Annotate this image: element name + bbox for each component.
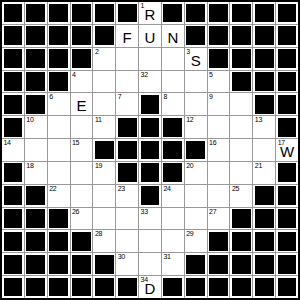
black-cell-r2c12 <box>276 48 298 70</box>
white-cell-r8c7[interactable]: 24 <box>162 185 184 207</box>
white-cell-r6c0[interactable]: 14 <box>2 139 24 161</box>
white-cell-r2c4[interactable]: 2 <box>93 48 115 70</box>
cell-letter: N <box>162 25 184 47</box>
black-cell-r3c11 <box>253 71 275 93</box>
black-cell-r12c8 <box>185 276 207 298</box>
black-cell-r2c11 <box>253 48 275 70</box>
black-cell-r6c5 <box>116 139 138 161</box>
black-cell-r1c8 <box>185 25 207 47</box>
black-cell-r9c10 <box>230 208 252 230</box>
black-cell-r0c2 <box>48 2 70 24</box>
black-cell-r7c6 <box>139 162 161 184</box>
black-cell-r7c0 <box>2 162 24 184</box>
white-cell-r7c1[interactable]: 18 <box>25 162 47 184</box>
white-cell-r3c3[interactable]: 4 <box>71 71 93 93</box>
clue-number: 32 <box>141 71 148 79</box>
clue-number: 33 <box>141 208 148 216</box>
black-cell-r9c0 <box>2 208 24 230</box>
white-cell-r9c8[interactable] <box>185 208 207 230</box>
white-cell-r0c6[interactable]: 1R <box>139 2 161 24</box>
black-cell-r5c12 <box>276 116 298 138</box>
black-cell-r9c1 <box>25 208 47 230</box>
black-cell-r6c6 <box>139 139 161 161</box>
black-cell-r1c4 <box>93 25 115 47</box>
white-cell-r4c2[interactable]: 6 <box>48 93 70 115</box>
black-cell-r2c1 <box>25 48 47 70</box>
black-cell-r6c4 <box>93 139 115 161</box>
clue-number: 1 <box>141 2 145 10</box>
white-cell-r10c8[interactable]: 29 <box>185 230 207 252</box>
clue-number: 31 <box>163 253 170 261</box>
white-cell-r4c4[interactable] <box>93 93 115 115</box>
white-cell-r10c4[interactable]: 28 <box>93 230 115 252</box>
black-cell-r7c5 <box>116 162 138 184</box>
white-cell-r5c9[interactable] <box>208 116 230 138</box>
black-cell-r11c10 <box>230 253 252 275</box>
white-cell-r7c3[interactable] <box>71 162 93 184</box>
black-cell-r5c0 <box>2 116 24 138</box>
clue-number: 2 <box>95 48 99 56</box>
black-cell-r8c12 <box>276 185 298 207</box>
white-cell-r7c8[interactable]: 20 <box>185 162 207 184</box>
black-cell-r2c3 <box>71 48 93 70</box>
white-cell-r5c11[interactable]: 13 <box>253 116 275 138</box>
clue-number: 15 <box>72 139 79 147</box>
white-cell-r1c6[interactable]: U <box>139 25 161 47</box>
black-cell-r12c11 <box>253 276 275 298</box>
white-cell-r6c12[interactable]: 17W <box>276 139 298 161</box>
white-cell-r3c9[interactable]: 5 <box>208 71 230 93</box>
clue-number: 17 <box>278 139 285 147</box>
black-cell-r11c0 <box>2 253 24 275</box>
white-cell-r2c6[interactable] <box>139 48 161 70</box>
black-cell-r1c3 <box>71 25 93 47</box>
clue-number: 14 <box>4 139 11 147</box>
white-cell-r9c6[interactable]: 33 <box>139 208 161 230</box>
black-cell-r0c4 <box>93 2 115 24</box>
black-cell-r0c5 <box>116 2 138 24</box>
white-cell-r6c3[interactable]: 15 <box>71 139 93 161</box>
white-cell-r10c5[interactable] <box>116 230 138 252</box>
white-cell-r5c4[interactable]: 11 <box>93 116 115 138</box>
black-cell-r5c6 <box>139 116 161 138</box>
black-cell-r3c1 <box>25 71 47 93</box>
white-cell-r10c6[interactable] <box>139 230 161 252</box>
white-cell-r5c2[interactable] <box>48 116 70 138</box>
cell-letter: F <box>116 25 138 47</box>
clue-number: 13 <box>255 116 262 124</box>
black-cell-r6c8 <box>185 139 207 161</box>
clue-number: 3 <box>186 48 190 56</box>
white-cell-r1c7[interactable]: N <box>162 25 184 47</box>
clue-number: 7 <box>118 93 122 101</box>
white-cell-r6c11[interactable] <box>253 139 275 161</box>
black-cell-r0c12 <box>276 2 298 24</box>
clue-number: 8 <box>163 93 167 101</box>
white-cell-r5c10[interactable] <box>230 116 252 138</box>
white-cell-r9c7[interactable] <box>162 208 184 230</box>
clue-number: 20 <box>186 162 193 170</box>
black-cell-r11c2 <box>48 253 70 275</box>
black-cell-r1c1 <box>25 25 47 47</box>
white-cell-r9c3[interactable]: 26 <box>71 208 93 230</box>
black-cell-r5c5 <box>116 116 138 138</box>
white-cell-r5c8[interactable]: 12 <box>185 116 207 138</box>
white-cell-r4c5[interactable]: 7 <box>116 93 138 115</box>
white-cell-r6c1[interactable] <box>25 139 47 161</box>
clue-number: 23 <box>118 185 125 193</box>
white-cell-r12c6[interactable]: 34D <box>139 276 161 298</box>
black-cell-r7c12 <box>276 162 298 184</box>
clue-number: 25 <box>232 185 239 193</box>
white-cell-r3c6[interactable]: 32 <box>139 71 161 93</box>
white-cell-r8c9[interactable] <box>208 185 230 207</box>
clue-number: 30 <box>118 253 125 261</box>
white-cell-r11c6[interactable] <box>139 253 161 275</box>
black-cell-r5c7 <box>162 116 184 138</box>
clue-number: 34 <box>141 276 148 284</box>
clue-number: 28 <box>95 230 102 238</box>
white-cell-r4c8[interactable] <box>185 93 207 115</box>
white-cell-r9c9[interactable]: 27 <box>208 208 230 230</box>
white-cell-r8c3[interactable] <box>71 185 93 207</box>
clue-number: 24 <box>163 185 170 193</box>
white-cell-r2c7[interactable] <box>162 48 184 70</box>
white-cell-r1c5[interactable]: F <box>116 25 138 47</box>
black-cell-r11c11 <box>253 253 275 275</box>
white-cell-r6c2[interactable] <box>48 139 70 161</box>
black-cell-r10c3 <box>71 230 93 252</box>
black-cell-r12c5 <box>116 276 138 298</box>
white-cell-r7c11[interactable]: 21 <box>253 162 275 184</box>
black-cell-r10c9 <box>208 230 230 252</box>
white-cell-r8c8[interactable] <box>185 185 207 207</box>
black-cell-r10c0 <box>2 230 24 252</box>
black-cell-r0c9 <box>208 2 230 24</box>
black-cell-r2c9 <box>208 48 230 70</box>
black-cell-r0c11 <box>253 2 275 24</box>
cell-letter: E <box>71 93 93 115</box>
clue-number: 11 <box>95 116 102 124</box>
white-cell-r8c2[interactable]: 22 <box>48 185 70 207</box>
white-cell-r9c4[interactable] <box>93 208 115 230</box>
black-cell-r4c1 <box>25 93 47 115</box>
black-cell-r1c12 <box>276 25 298 47</box>
white-cell-r2c5[interactable] <box>116 48 138 70</box>
black-cell-r4c12 <box>276 93 298 115</box>
white-cell-r4c10[interactable] <box>230 93 252 115</box>
black-cell-r11c8 <box>185 253 207 275</box>
white-cell-r3c5[interactable] <box>116 71 138 93</box>
clue-number: 9 <box>209 93 213 101</box>
clue-number: 29 <box>186 230 193 238</box>
black-cell-r9c11 <box>253 208 275 230</box>
crossword-board: 1RFUN23S43256E7891011121314151617W181920… <box>0 0 300 300</box>
clue-number: 21 <box>255 162 262 170</box>
white-cell-r11c7[interactable]: 31 <box>162 253 184 275</box>
white-cell-r8c5[interactable]: 23 <box>116 185 138 207</box>
black-cell-r12c10 <box>230 276 252 298</box>
black-cell-r10c11 <box>253 230 275 252</box>
clue-number: 19 <box>95 162 102 170</box>
black-cell-r7c7 <box>162 162 184 184</box>
black-cell-r11c12 <box>276 253 298 275</box>
clue-number: 22 <box>49 185 56 193</box>
white-cell-r7c10[interactable] <box>230 162 252 184</box>
white-cell-r8c4[interactable] <box>93 185 115 207</box>
white-cell-r3c7[interactable] <box>162 71 184 93</box>
black-cell-r0c10 <box>230 2 252 24</box>
clue-number: 18 <box>26 162 33 170</box>
cell-letter: U <box>139 25 161 47</box>
black-cell-r3c12 <box>276 71 298 93</box>
clue-number: 16 <box>209 139 216 147</box>
clue-number: 10 <box>26 116 33 124</box>
white-cell-r5c1[interactable]: 10 <box>25 116 47 138</box>
white-cell-r4c9[interactable]: 9 <box>208 93 230 115</box>
white-cell-r11c5[interactable]: 30 <box>116 253 138 275</box>
black-cell-r12c9 <box>208 276 230 298</box>
black-cell-r0c8 <box>185 2 207 24</box>
black-cell-r12c1 <box>25 276 47 298</box>
white-cell-r8c10[interactable]: 25 <box>230 185 252 207</box>
white-cell-r6c9[interactable]: 16 <box>208 139 230 161</box>
black-cell-r4c6 <box>139 93 161 115</box>
clue-number: 27 <box>209 208 216 216</box>
white-cell-r7c4[interactable]: 19 <box>93 162 115 184</box>
black-cell-r3c2 <box>48 71 70 93</box>
black-cell-r1c2 <box>48 25 70 47</box>
black-cell-r8c6 <box>139 185 161 207</box>
black-cell-r10c2 <box>48 230 70 252</box>
black-cell-r11c1 <box>25 253 47 275</box>
black-cell-r1c11 <box>253 25 275 47</box>
white-cell-r4c3[interactable]: E <box>71 93 93 115</box>
black-cell-r10c1 <box>25 230 47 252</box>
black-cell-r11c3 <box>71 253 93 275</box>
clue-number: 6 <box>49 93 53 101</box>
white-cell-r5c3[interactable] <box>71 116 93 138</box>
black-cell-r1c0 <box>2 25 24 47</box>
black-cell-r2c10 <box>230 48 252 70</box>
black-cell-r3c0 <box>2 71 24 93</box>
white-cell-r2c8[interactable]: 3S <box>185 48 207 70</box>
white-cell-r6c10[interactable] <box>230 139 252 161</box>
black-cell-r10c10 <box>230 230 252 252</box>
white-cell-r3c4[interactable] <box>93 71 115 93</box>
black-cell-r8c11 <box>253 185 275 207</box>
black-cell-r4c11 <box>253 93 275 115</box>
black-cell-r3c10 <box>230 71 252 93</box>
black-cell-r9c12 <box>276 208 298 230</box>
black-cell-r0c0 <box>2 2 24 24</box>
white-cell-r10c7[interactable] <box>162 230 184 252</box>
white-cell-r7c2[interactable] <box>48 162 70 184</box>
black-cell-r2c2 <box>48 48 70 70</box>
black-cell-r4c0 <box>2 93 24 115</box>
black-cell-r9c2 <box>48 208 70 230</box>
clue-number: 12 <box>186 116 193 124</box>
black-cell-r8c0 <box>2 185 24 207</box>
black-cell-r10c12 <box>276 230 298 252</box>
clue-number: 26 <box>72 208 79 216</box>
black-cell-r12c12 <box>276 276 298 298</box>
black-cell-r6c7 <box>162 139 184 161</box>
white-cell-r7c9[interactable] <box>208 162 230 184</box>
white-cell-r9c5[interactable] <box>116 208 138 230</box>
black-cell-r12c2 <box>48 276 70 298</box>
black-cell-r11c4 <box>93 253 115 275</box>
black-cell-r0c1 <box>25 2 47 24</box>
white-cell-r4c7[interactable]: 8 <box>162 93 184 115</box>
black-cell-r12c7 <box>162 276 184 298</box>
black-cell-r0c3 <box>71 2 93 24</box>
black-cell-r0c7 <box>162 2 184 24</box>
black-cell-r1c10 <box>230 25 252 47</box>
black-cell-r12c4 <box>93 276 115 298</box>
white-cell-r3c8[interactable] <box>185 71 207 93</box>
black-cell-r12c3 <box>71 276 93 298</box>
black-cell-r11c9 <box>208 253 230 275</box>
clue-number: 4 <box>72 71 76 79</box>
black-cell-r12c0 <box>2 276 24 298</box>
clue-number: 5 <box>209 71 213 79</box>
black-cell-r1c9 <box>208 25 230 47</box>
black-cell-r8c1 <box>25 185 47 207</box>
black-cell-r2c0 <box>2 48 24 70</box>
